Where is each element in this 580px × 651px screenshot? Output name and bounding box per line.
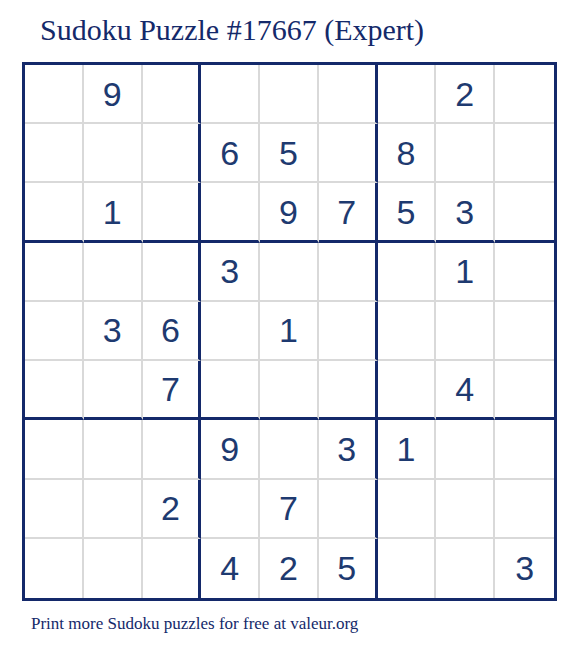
cell-r8c3[interactable]: 2 [143, 480, 202, 539]
cell-r9c9[interactable]: 3 [495, 539, 554, 598]
cell-r9c2[interactable] [84, 539, 143, 598]
cell-r1c2[interactable]: 9 [84, 65, 143, 124]
cell-r6c5[interactable] [260, 361, 319, 420]
cell-r2c1[interactable] [25, 124, 84, 183]
page-title: Sudoku Puzzle #17667 (Expert) [40, 13, 424, 47]
cell-r3c8[interactable]: 3 [436, 183, 495, 242]
cell-r7c7[interactable]: 1 [378, 420, 437, 479]
cell-r1c9[interactable] [495, 65, 554, 124]
cell-r6c3[interactable]: 7 [143, 361, 202, 420]
cell-r8c7[interactable] [378, 480, 437, 539]
cell-r8c8[interactable] [436, 480, 495, 539]
cell-r7c1[interactable] [25, 420, 84, 479]
footer-text: Print more Sudoku puzzles for free at va… [31, 614, 358, 634]
cell-r6c9[interactable] [495, 361, 554, 420]
cell-r7c4[interactable]: 9 [201, 420, 260, 479]
cell-r4c8[interactable]: 1 [436, 243, 495, 302]
cell-r6c4[interactable] [201, 361, 260, 420]
cell-r8c2[interactable] [84, 480, 143, 539]
cell-r5c7[interactable] [378, 302, 437, 361]
cell-r8c5[interactable]: 7 [260, 480, 319, 539]
cell-r3c1[interactable] [25, 183, 84, 242]
cell-r3c5[interactable]: 9 [260, 183, 319, 242]
cell-r1c5[interactable] [260, 65, 319, 124]
cell-r2c5[interactable]: 5 [260, 124, 319, 183]
cell-r4c4[interactable]: 3 [201, 243, 260, 302]
cell-r9c8[interactable] [436, 539, 495, 598]
cell-r9c6[interactable]: 5 [319, 539, 378, 598]
cell-r5c8[interactable] [436, 302, 495, 361]
cell-r6c8[interactable]: 4 [436, 361, 495, 420]
cell-r2c9[interactable] [495, 124, 554, 183]
cell-r9c1[interactable] [25, 539, 84, 598]
cell-r3c6[interactable]: 7 [319, 183, 378, 242]
cell-r5c9[interactable] [495, 302, 554, 361]
cell-r7c8[interactable] [436, 420, 495, 479]
cell-r4c1[interactable] [25, 243, 84, 302]
cell-r4c7[interactable] [378, 243, 437, 302]
cell-r1c3[interactable] [143, 65, 202, 124]
cell-r2c7[interactable]: 8 [378, 124, 437, 183]
cell-r6c1[interactable] [25, 361, 84, 420]
cell-r4c6[interactable] [319, 243, 378, 302]
cell-r4c2[interactable] [84, 243, 143, 302]
cell-r5c5[interactable]: 1 [260, 302, 319, 361]
cell-r2c3[interactable] [143, 124, 202, 183]
cell-r9c7[interactable] [378, 539, 437, 598]
cell-r8c6[interactable] [319, 480, 378, 539]
cell-r2c8[interactable] [436, 124, 495, 183]
cell-r7c3[interactable] [143, 420, 202, 479]
cell-r5c4[interactable] [201, 302, 260, 361]
cell-r1c1[interactable] [25, 65, 84, 124]
cell-r7c5[interactable] [260, 420, 319, 479]
cell-r5c3[interactable]: 6 [143, 302, 202, 361]
cell-r4c3[interactable] [143, 243, 202, 302]
cell-r9c5[interactable]: 2 [260, 539, 319, 598]
sudoku-board: 92658197533136174931274253 [22, 62, 557, 601]
cell-r6c7[interactable] [378, 361, 437, 420]
cell-r7c2[interactable] [84, 420, 143, 479]
cell-r1c6[interactable] [319, 65, 378, 124]
cell-r4c5[interactable] [260, 243, 319, 302]
cell-r6c2[interactable] [84, 361, 143, 420]
cell-r1c8[interactable]: 2 [436, 65, 495, 124]
cell-r9c3[interactable] [143, 539, 202, 598]
cell-r2c4[interactable]: 6 [201, 124, 260, 183]
cell-r3c7[interactable]: 5 [378, 183, 437, 242]
cell-r3c9[interactable] [495, 183, 554, 242]
cell-r1c7[interactable] [378, 65, 437, 124]
cell-r2c2[interactable] [84, 124, 143, 183]
cell-r8c9[interactable] [495, 480, 554, 539]
cell-r2c6[interactable] [319, 124, 378, 183]
cell-r5c1[interactable] [25, 302, 84, 361]
cell-r8c1[interactable] [25, 480, 84, 539]
cell-r9c4[interactable]: 4 [201, 539, 260, 598]
cell-r5c6[interactable] [319, 302, 378, 361]
cell-r7c6[interactable]: 3 [319, 420, 378, 479]
cell-r1c4[interactable] [201, 65, 260, 124]
cell-r3c3[interactable] [143, 183, 202, 242]
cell-r3c2[interactable]: 1 [84, 183, 143, 242]
cell-r7c9[interactable] [495, 420, 554, 479]
cell-r5c2[interactable]: 3 [84, 302, 143, 361]
cell-r3c4[interactable] [201, 183, 260, 242]
cell-r6c6[interactable] [319, 361, 378, 420]
cell-r4c9[interactable] [495, 243, 554, 302]
cell-r8c4[interactable] [201, 480, 260, 539]
